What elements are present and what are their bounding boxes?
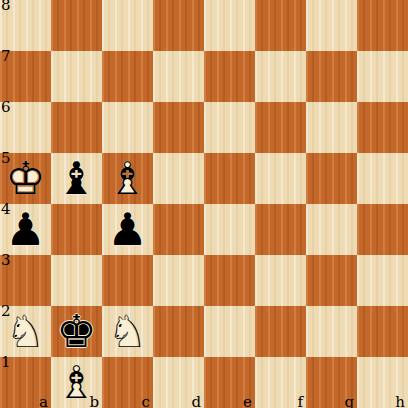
white-bishop[interactable]: ♝♗ [102, 153, 153, 204]
black-pawn-solid: ♟ [0, 204, 51, 255]
square-e1[interactable]: e [204, 357, 255, 408]
file-label-c: c [142, 394, 150, 408]
square-b4[interactable] [51, 204, 102, 255]
square-a5[interactable]: 5♚♔ [0, 153, 51, 204]
square-e3[interactable] [204, 255, 255, 306]
square-h4[interactable] [357, 204, 408, 255]
white-king[interactable]: ♚♔ [0, 153, 51, 204]
square-e6[interactable] [204, 102, 255, 153]
square-c3[interactable] [102, 255, 153, 306]
square-a2[interactable]: 2♞♘ [0, 306, 51, 357]
square-f4[interactable] [255, 204, 306, 255]
square-f5[interactable] [255, 153, 306, 204]
square-h2[interactable] [357, 306, 408, 357]
square-g2[interactable] [306, 306, 357, 357]
file-label-g: g [344, 394, 354, 408]
square-d1[interactable]: d [153, 357, 204, 408]
square-d4[interactable] [153, 204, 204, 255]
square-e2[interactable] [204, 306, 255, 357]
square-g1[interactable]: g [306, 357, 357, 408]
square-d3[interactable] [153, 255, 204, 306]
black-bishop[interactable]: ♝ [51, 153, 102, 204]
black-pawn[interactable]: ♟ [102, 204, 153, 255]
square-g5[interactable] [306, 153, 357, 204]
square-b7[interactable] [51, 51, 102, 102]
file-label-f: f [297, 394, 303, 408]
square-e5[interactable] [204, 153, 255, 204]
square-f3[interactable] [255, 255, 306, 306]
square-f6[interactable] [255, 102, 306, 153]
chess-board: 8765♚♔♝♝♗4♟♟32♞♘♚♞♘1ab♝♗cdefgh [0, 0, 408, 408]
square-e4[interactable] [204, 204, 255, 255]
square-a4[interactable]: 4♟ [0, 204, 51, 255]
white-knight[interactable]: ♞♘ [0, 306, 51, 357]
square-c2[interactable]: ♞♘ [102, 306, 153, 357]
square-f2[interactable] [255, 306, 306, 357]
square-a6[interactable]: 6 [0, 102, 51, 153]
white-king-outline: ♔ [0, 153, 51, 204]
rank-label-8: 8 [1, 0, 11, 14]
white-knight-outline: ♘ [0, 306, 51, 357]
square-b2[interactable]: ♚ [51, 306, 102, 357]
square-d2[interactable] [153, 306, 204, 357]
square-c8[interactable] [102, 0, 153, 51]
square-h6[interactable] [357, 102, 408, 153]
rank-label-6: 6 [1, 99, 11, 116]
file-label-a: a [39, 394, 48, 408]
square-c1[interactable]: c [102, 357, 153, 408]
file-label-d: d [191, 394, 201, 408]
square-c7[interactable] [102, 51, 153, 102]
square-d6[interactable] [153, 102, 204, 153]
square-g6[interactable] [306, 102, 357, 153]
square-g7[interactable] [306, 51, 357, 102]
square-h5[interactable] [357, 153, 408, 204]
square-f7[interactable] [255, 51, 306, 102]
black-bishop-solid: ♝ [51, 153, 102, 204]
square-a7[interactable]: 7 [0, 51, 51, 102]
white-bishop[interactable]: ♝♗ [51, 357, 102, 408]
square-d7[interactable] [153, 51, 204, 102]
square-b1[interactable]: b♝♗ [51, 357, 102, 408]
square-b8[interactable] [51, 0, 102, 51]
file-label-e: e [243, 394, 252, 408]
black-pawn[interactable]: ♟ [0, 204, 51, 255]
square-b5[interactable]: ♝ [51, 153, 102, 204]
square-g4[interactable] [306, 204, 357, 255]
black-king-solid: ♚ [51, 306, 102, 357]
square-e8[interactable] [204, 0, 255, 51]
square-c4[interactable]: ♟ [102, 204, 153, 255]
file-label-h: h [395, 394, 405, 408]
square-d5[interactable] [153, 153, 204, 204]
white-bishop-outline: ♗ [102, 153, 153, 204]
square-f8[interactable] [255, 0, 306, 51]
square-b3[interactable] [51, 255, 102, 306]
white-bishop-outline: ♗ [51, 357, 102, 408]
square-h8[interactable] [357, 0, 408, 51]
black-pawn-solid: ♟ [102, 204, 153, 255]
square-f1[interactable]: f [255, 357, 306, 408]
square-d8[interactable] [153, 0, 204, 51]
square-g8[interactable] [306, 0, 357, 51]
square-e7[interactable] [204, 51, 255, 102]
square-c5[interactable]: ♝♗ [102, 153, 153, 204]
square-h7[interactable] [357, 51, 408, 102]
black-king[interactable]: ♚ [51, 306, 102, 357]
rank-label-7: 7 [1, 48, 11, 65]
square-a1[interactable]: 1a [0, 357, 51, 408]
white-knight[interactable]: ♞♘ [102, 306, 153, 357]
square-h3[interactable] [357, 255, 408, 306]
square-b6[interactable] [51, 102, 102, 153]
square-h1[interactable]: h [357, 357, 408, 408]
square-c6[interactable] [102, 102, 153, 153]
square-g3[interactable] [306, 255, 357, 306]
white-knight-outline: ♘ [102, 306, 153, 357]
square-a8[interactable]: 8 [0, 0, 51, 51]
square-a3[interactable]: 3 [0, 255, 51, 306]
